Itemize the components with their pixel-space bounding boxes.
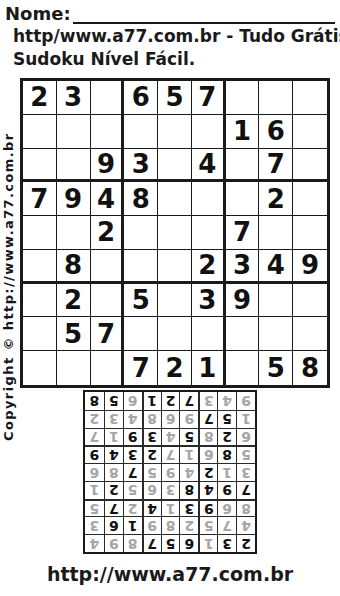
- cell-r2c8: 6: [259, 115, 293, 149]
- cell-r1c1-solution: 2: [236, 534, 255, 552]
- cell-r8c1-solution: 1: [236, 410, 255, 428]
- cell-r2c6: [192, 115, 226, 149]
- cell-r4c1: 7: [23, 182, 57, 216]
- cell-r4c4-solution: 8: [179, 481, 198, 499]
- cell-r1c9: [293, 81, 327, 115]
- cell-r3c6-solution: 4: [142, 499, 161, 517]
- cell-r8c7-solution: 4: [123, 410, 142, 428]
- cell-r4c8: 2: [259, 182, 293, 216]
- cell-r8c3: 7: [91, 317, 125, 351]
- cell-r2c5-solution: 8: [161, 516, 180, 534]
- cell-r2c4: [124, 115, 158, 149]
- cell-r3c4: 3: [124, 149, 158, 183]
- cell-r3c3-solution: 9: [198, 499, 217, 517]
- cell-r4c9-solution: 1: [85, 481, 104, 499]
- cell-r1c6-solution: 7: [142, 534, 161, 552]
- cell-r9c5-solution: 2: [161, 392, 180, 410]
- cell-r9c5: 2: [158, 351, 192, 385]
- cell-r6c7-solution: 3: [123, 445, 142, 463]
- cell-r3c3: 9: [91, 149, 125, 183]
- name-blank-line: [73, 4, 335, 24]
- sudoku-puzzle-grid: 2365716934779482278234925395772158: [20, 78, 330, 388]
- cell-r2c7-solution: 1: [123, 516, 142, 534]
- cell-r4c6-solution: 6: [142, 481, 161, 499]
- cell-r8c4-solution: 9: [179, 410, 198, 428]
- cell-r6c5: [158, 250, 192, 284]
- cell-r7c9: [293, 284, 327, 318]
- puzzle-level-title: Sudoku Nível Fácil.: [13, 49, 195, 69]
- cell-r9c2-solution: 4: [217, 392, 236, 410]
- cell-r6c4-solution: 1: [179, 445, 198, 463]
- cell-r9c4-solution: 7: [179, 392, 198, 410]
- name-label: Nome:: [5, 4, 71, 24]
- cell-r6c8: 4: [259, 250, 293, 284]
- cell-r3c7: [226, 149, 260, 183]
- cell-r5c4-solution: 4: [179, 463, 198, 481]
- cell-r6c3: [91, 250, 125, 284]
- cell-r6c7: 3: [226, 250, 260, 284]
- cell-r1c9-solution: 4: [85, 534, 104, 552]
- cell-r2c1: [23, 115, 57, 149]
- cell-r3c7-solution: 2: [123, 499, 142, 517]
- cell-r1c3-solution: 1: [198, 534, 217, 552]
- cell-r7c8: [259, 284, 293, 318]
- cell-r6c1-solution: 5: [236, 445, 255, 463]
- copyright-vertical-text: Copyright © http://www.a77.com.br: [1, 132, 16, 441]
- cell-r6c9-solution: 9: [85, 445, 104, 463]
- cell-r6c2-solution: 8: [217, 445, 236, 463]
- cell-r9c9-solution: 8: [85, 392, 104, 410]
- cell-r1c1: 2: [23, 81, 57, 115]
- cell-r5c2: [57, 216, 91, 250]
- cell-r9c7: [226, 351, 260, 385]
- cell-r4c7-solution: 5: [123, 481, 142, 499]
- cell-r1c4: 6: [124, 81, 158, 115]
- cell-r5c7-solution: 7: [123, 463, 142, 481]
- cell-r7c6: 3: [192, 284, 226, 318]
- cell-r3c1: [23, 149, 57, 183]
- cell-r6c6: 2: [192, 250, 226, 284]
- cell-r4c2: 9: [57, 182, 91, 216]
- cell-r6c6-solution: 2: [142, 445, 161, 463]
- cell-r8c2-solution: 5: [217, 410, 236, 428]
- cell-r5c8-solution: 8: [104, 463, 123, 481]
- cell-r9c1-solution: 9: [236, 392, 255, 410]
- cell-r2c9-solution: 3: [85, 516, 104, 534]
- cell-r2c1-solution: 4: [236, 516, 255, 534]
- cell-r7c1: [23, 284, 57, 318]
- cell-r7c3-solution: 8: [198, 428, 217, 446]
- cell-r7c9-solution: 7: [85, 428, 104, 446]
- cell-r5c3-solution: 2: [198, 463, 217, 481]
- name-row: Nome:: [5, 2, 335, 24]
- cell-r3c1-solution: 8: [236, 499, 255, 517]
- cell-r4c8-solution: 2: [104, 481, 123, 499]
- cell-r1c7: [226, 81, 260, 115]
- cell-r8c9: [293, 317, 327, 351]
- cell-r8c6: [192, 317, 226, 351]
- cell-r4c5-solution: 3: [161, 481, 180, 499]
- cell-r2c9: [293, 115, 327, 149]
- cell-r4c3-solution: 4: [198, 481, 217, 499]
- cell-r8c7: [226, 317, 260, 351]
- cell-r1c3: [91, 81, 125, 115]
- cell-r1c2-solution: 3: [217, 534, 236, 552]
- cell-r5c1: [23, 216, 57, 250]
- cell-r4c4: 8: [124, 182, 158, 216]
- cell-r5c7: 7: [226, 216, 260, 250]
- cell-r3c9: [293, 149, 327, 183]
- footer-url: http://www.a77.com.br: [0, 563, 340, 585]
- sudoku-solution-grid-rotated: 2316578944752891638693142757948365213124…: [83, 390, 257, 554]
- cell-r5c9: [293, 216, 327, 250]
- cell-r5c5: [158, 216, 192, 250]
- cell-r8c9-solution: 2: [85, 410, 104, 428]
- cell-r9c2: [57, 351, 91, 385]
- cell-r7c1-solution: 6: [236, 428, 255, 446]
- cell-r9c6: 1: [192, 351, 226, 385]
- cell-r9c7-solution: 6: [123, 392, 142, 410]
- cell-r7c4-solution: 5: [179, 428, 198, 446]
- cell-r5c3: 2: [91, 216, 125, 250]
- cell-r7c8-solution: 1: [104, 428, 123, 446]
- cell-r3c4-solution: 3: [179, 499, 198, 517]
- cell-r7c5: [158, 284, 192, 318]
- cell-r7c6-solution: 3: [142, 428, 161, 446]
- cell-r5c4: [124, 216, 158, 250]
- cell-r9c6-solution: 1: [142, 392, 161, 410]
- cell-r8c1: [23, 317, 57, 351]
- cell-r6c9: 9: [293, 250, 327, 284]
- cell-r4c6: [192, 182, 226, 216]
- cell-r5c6-solution: 5: [142, 463, 161, 481]
- cell-r5c5-solution: 9: [161, 463, 180, 481]
- cell-r8c6-solution: 8: [142, 410, 161, 428]
- cell-r6c8-solution: 4: [104, 445, 123, 463]
- cell-r4c7: [226, 182, 260, 216]
- cell-r7c4: 5: [124, 284, 158, 318]
- cell-r8c5-solution: 6: [161, 410, 180, 428]
- cell-r9c8-solution: 5: [104, 392, 123, 410]
- site-tagline: http/www.a77.com.br - Tudo Grátis.: [13, 26, 340, 46]
- cell-r2c4-solution: 2: [179, 516, 198, 534]
- cell-r9c1: [23, 351, 57, 385]
- cell-r3c8-solution: 7: [104, 499, 123, 517]
- cell-r3c8: 7: [259, 149, 293, 183]
- cell-r8c8-solution: 3: [104, 410, 123, 428]
- cell-r5c9-solution: 6: [85, 463, 104, 481]
- cell-r1c5-solution: 5: [161, 534, 180, 552]
- cell-r2c2: [57, 115, 91, 149]
- cell-r1c5: 5: [158, 81, 192, 115]
- cell-r6c3-solution: 6: [198, 445, 217, 463]
- cell-r2c6-solution: 9: [142, 516, 161, 534]
- cell-r5c6: [192, 216, 226, 250]
- cell-r4c3: 4: [91, 182, 125, 216]
- cell-r7c5-solution: 4: [161, 428, 180, 446]
- cell-r2c2-solution: 7: [217, 516, 236, 534]
- cell-r3c5: [158, 149, 192, 183]
- cell-r4c9: [293, 182, 327, 216]
- cell-r1c2: 3: [57, 81, 91, 115]
- cell-r6c5-solution: 7: [161, 445, 180, 463]
- cell-r7c2: 2: [57, 284, 91, 318]
- cell-r3c5-solution: 1: [161, 499, 180, 517]
- cell-r7c3: [91, 284, 125, 318]
- cell-r8c2: 5: [57, 317, 91, 351]
- cell-r2c5: [158, 115, 192, 149]
- cell-r2c3: [91, 115, 125, 149]
- cell-r3c9-solution: 5: [85, 499, 104, 517]
- cell-r5c2-solution: 1: [217, 463, 236, 481]
- cell-r1c6: 7: [192, 81, 226, 115]
- cell-r2c8-solution: 6: [104, 516, 123, 534]
- cell-r7c7: 9: [226, 284, 260, 318]
- cell-r1c4-solution: 6: [179, 534, 198, 552]
- cell-r8c8: [259, 317, 293, 351]
- cell-r2c7: 1: [226, 115, 260, 149]
- cell-r8c3-solution: 7: [198, 410, 217, 428]
- cell-r8c5: [158, 317, 192, 351]
- cell-r6c2: 8: [57, 250, 91, 284]
- cell-r9c4: 7: [124, 351, 158, 385]
- cell-r4c5: [158, 182, 192, 216]
- cell-r9c3: [91, 351, 125, 385]
- cell-r8c4: [124, 317, 158, 351]
- cell-r3c6: 4: [192, 149, 226, 183]
- cell-r4c1-solution: 7: [236, 481, 255, 499]
- cell-r1c8-solution: 9: [104, 534, 123, 552]
- cell-r3c2: [57, 149, 91, 183]
- cell-r1c7-solution: 8: [123, 534, 142, 552]
- cell-r9c8: 5: [259, 351, 293, 385]
- cell-r9c9: 8: [293, 351, 327, 385]
- cell-r1c8: [259, 81, 293, 115]
- cell-r3c2-solution: 6: [217, 499, 236, 517]
- cell-r5c8: [259, 216, 293, 250]
- cell-r2c3-solution: 5: [198, 516, 217, 534]
- cell-r9c3-solution: 3: [198, 392, 217, 410]
- cell-r5c1-solution: 3: [236, 463, 255, 481]
- cell-r7c2-solution: 2: [217, 428, 236, 446]
- cell-r6c1: [23, 250, 57, 284]
- cell-r4c2-solution: 9: [217, 481, 236, 499]
- cell-r7c7-solution: 9: [123, 428, 142, 446]
- cell-r6c4: [124, 250, 158, 284]
